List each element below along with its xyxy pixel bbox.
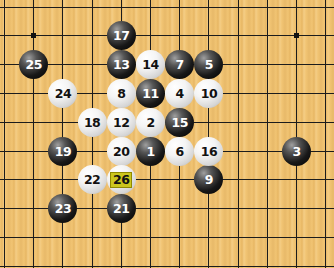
stone-15-black[interactable]: 15 (165, 108, 194, 137)
stone-4-white[interactable]: 4 (165, 79, 194, 108)
move-number: 25 (25, 57, 41, 72)
move-number: 13 (113, 57, 129, 72)
stone-20-white[interactable]: 20 (107, 137, 136, 166)
stone-17-black[interactable]: 17 (107, 21, 136, 50)
stone-25-black[interactable]: 25 (19, 50, 48, 79)
grid-line-horizontal (0, 179, 334, 180)
move-number: 21 (113, 201, 129, 216)
move-number: 26 (113, 172, 129, 187)
stone-14-white[interactable]: 14 (136, 50, 165, 79)
stone-7-black[interactable]: 7 (165, 50, 194, 79)
move-number: 7 (176, 57, 184, 72)
move-number: 4 (176, 86, 184, 101)
star-point (31, 33, 36, 38)
stone-16-white[interactable]: 16 (194, 137, 223, 166)
stone-26-white[interactable]: 26 (107, 165, 136, 194)
grid-line-vertical (4, 0, 5, 268)
move-number: 10 (201, 86, 217, 101)
stone-18-white[interactable]: 18 (78, 108, 107, 137)
stone-11-black[interactable]: 11 (136, 79, 165, 108)
stone-23-black[interactable]: 23 (48, 194, 77, 223)
move-number: 5 (205, 57, 213, 72)
star-point (294, 33, 299, 38)
grid-line-vertical (296, 0, 297, 268)
grid-line-horizontal (0, 35, 334, 36)
grid-line-vertical (267, 0, 268, 268)
move-number: 11 (142, 86, 158, 101)
stone-5-black[interactable]: 5 (194, 50, 223, 79)
grid-line-vertical (325, 0, 326, 268)
move-number: 16 (201, 144, 217, 159)
move-number: 6 (176, 144, 184, 159)
grid-line-horizontal (0, 7, 334, 8)
grid-line-vertical (33, 0, 34, 268)
move-number: 23 (55, 201, 71, 216)
grid-line-horizontal (0, 266, 334, 267)
move-number: 1 (146, 144, 154, 159)
move-number: 18 (84, 115, 100, 130)
stone-13-black[interactable]: 13 (107, 50, 136, 79)
grid-line-horizontal (0, 237, 334, 238)
move-number: 14 (142, 57, 158, 72)
stone-22-white[interactable]: 22 (78, 165, 107, 194)
move-number: 3 (292, 144, 300, 159)
move-number: 24 (55, 86, 71, 101)
stone-8-white[interactable]: 8 (107, 79, 136, 108)
stone-12-white[interactable]: 12 (107, 108, 136, 137)
stone-1-black[interactable]: 1 (136, 137, 165, 166)
stone-6-white[interactable]: 6 (165, 137, 194, 166)
grid-line-vertical (238, 0, 239, 268)
move-number: 12 (113, 115, 129, 130)
stone-10-white[interactable]: 10 (194, 79, 223, 108)
move-number: 8 (117, 86, 125, 101)
move-number: 20 (113, 144, 129, 159)
grid-line-vertical (62, 0, 63, 268)
stone-21-black[interactable]: 21 (107, 194, 136, 223)
move-number: 22 (84, 172, 100, 187)
stone-9-black[interactable]: 9 (194, 165, 223, 194)
move-number: 2 (146, 115, 154, 130)
go-board[interactable]: 1234567891011121314151617181920212223242… (0, 0, 334, 268)
move-number: 15 (171, 115, 187, 130)
stone-2-white[interactable]: 2 (136, 108, 165, 137)
move-number: 19 (55, 144, 71, 159)
stone-24-white[interactable]: 24 (48, 79, 77, 108)
grid-line-vertical (208, 0, 209, 268)
stone-3-black[interactable]: 3 (282, 137, 311, 166)
move-number: 17 (113, 28, 129, 43)
move-number: 9 (205, 172, 213, 187)
stone-19-black[interactable]: 19 (48, 137, 77, 166)
